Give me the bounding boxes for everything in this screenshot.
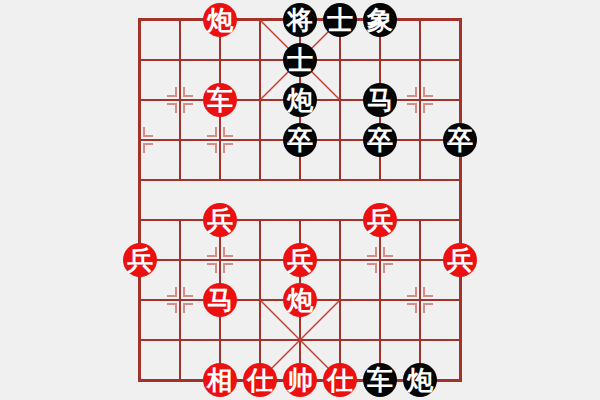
piece-black-chariot[interactable]: 车 (363, 363, 397, 397)
piece-black-advisor[interactable]: 士 (283, 43, 317, 77)
piece-red-general[interactable]: 帅 (283, 363, 317, 397)
piece-red-soldier[interactable]: 兵 (443, 243, 477, 277)
piece-black-horse[interactable]: 马 (363, 83, 397, 117)
piece-red-horse[interactable]: 马 (203, 283, 237, 317)
piece-black-general[interactable]: 将 (283, 3, 317, 37)
piece-red-soldier[interactable]: 兵 (363, 203, 397, 237)
piece-red-elephant[interactable]: 相 (203, 363, 237, 397)
piece-red-cannon[interactable]: 炮 (283, 283, 317, 317)
piece-red-chariot[interactable]: 车 (203, 83, 237, 117)
piece-red-advisor[interactable]: 仕 (243, 363, 277, 397)
piece-red-cannon[interactable]: 炮 (203, 3, 237, 37)
piece-black-soldier[interactable]: 卒 (363, 123, 397, 157)
piece-black-elephant[interactable]: 象 (363, 3, 397, 37)
xiangqi-board-diagram: 炮将士象士车炮马卒卒卒兵兵兵兵兵马炮相仕帅仕车炮 (0, 0, 600, 400)
piece-black-cannon[interactable]: 炮 (283, 83, 317, 117)
piece-red-soldier[interactable]: 兵 (203, 203, 237, 237)
piece-red-soldier[interactable]: 兵 (283, 243, 317, 277)
piece-red-soldier[interactable]: 兵 (123, 243, 157, 277)
piece-black-cannon[interactable]: 炮 (403, 363, 437, 397)
piece-red-advisor[interactable]: 仕 (323, 363, 357, 397)
piece-black-advisor[interactable]: 士 (323, 3, 357, 37)
piece-black-soldier[interactable]: 卒 (443, 123, 477, 157)
pieces-layer: 炮将士象士车炮马卒卒卒兵兵兵兵兵马炮相仕帅仕车炮 (120, 0, 480, 400)
piece-black-soldier[interactable]: 卒 (283, 123, 317, 157)
